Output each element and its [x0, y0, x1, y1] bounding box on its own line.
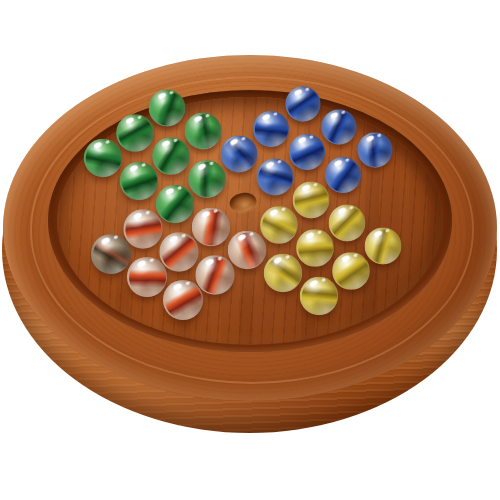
marble-glass-sheen: [149, 90, 186, 127]
marble-glass-sheen: [152, 137, 190, 175]
marble-yellow[interactable]: [260, 206, 298, 244]
marble-blue[interactable]: [221, 136, 258, 173]
marble-glass-sheen: [257, 159, 294, 196]
marble-glass-sheen: [163, 280, 203, 320]
marble-yellow[interactable]: [329, 205, 366, 242]
marble-glass-sheen: [116, 114, 154, 152]
marble-glass-sheen: [365, 228, 402, 265]
marble-green[interactable]: [149, 90, 186, 127]
marble-glass-sheen: [300, 277, 339, 316]
marble-glass-sheen: [332, 252, 370, 290]
solitaire-board-photo: [0, 0, 500, 500]
marble-glass-sheen: [188, 160, 226, 198]
marble-yellow[interactable]: [332, 252, 370, 290]
marble-glass-sheen: [329, 205, 366, 242]
marble-blue[interactable]: [289, 134, 325, 170]
marble-glass-sheen: [285, 86, 320, 121]
marble-blue[interactable]: [357, 132, 392, 167]
marble-glass-sheen: [325, 157, 361, 193]
marble-glass-sheen: [321, 109, 356, 144]
marble-glass-sheen: [357, 132, 392, 167]
marble-glass-sheen: [293, 182, 330, 219]
empty-center-hole[interactable]: [228, 190, 258, 213]
marble-glass-sheen: [260, 206, 298, 244]
marble-glass-sheen: [296, 229, 334, 267]
marble-blue[interactable]: [321, 109, 356, 144]
marble-yellow[interactable]: [296, 229, 334, 267]
marble-glass-sheen: [221, 136, 258, 173]
marble-green[interactable]: [185, 113, 222, 150]
marble-blue[interactable]: [257, 159, 294, 196]
marble-yellow[interactable]: [293, 182, 330, 219]
marble-blue[interactable]: [253, 111, 289, 147]
marble-green[interactable]: [152, 137, 190, 175]
marble-blue[interactable]: [325, 157, 361, 193]
marble-yellow[interactable]: [300, 277, 339, 316]
marble-yellow[interactable]: [365, 228, 402, 265]
marble-glass-sheen: [253, 111, 289, 147]
marble-glass-sheen: [185, 113, 222, 150]
marble-blue[interactable]: [285, 86, 320, 121]
marble-green[interactable]: [188, 160, 226, 198]
marble-glass-sheen: [289, 134, 325, 170]
marble-red[interactable]: [163, 280, 203, 320]
marble-green[interactable]: [116, 114, 154, 152]
